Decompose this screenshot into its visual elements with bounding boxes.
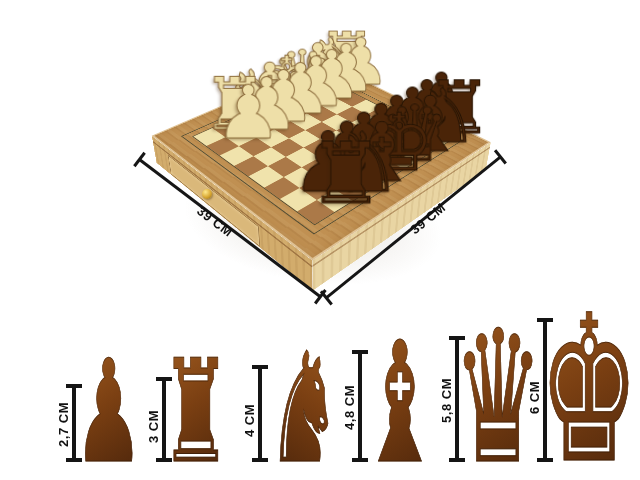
height-label-queen: 5,8 CM <box>439 378 454 423</box>
drawer-knob <box>202 189 212 199</box>
product-photo: ♜♞♝♚♛♝♞♜♟♟♟♟♟♟♟♟♟♟♟♟♟♟♟♟♜♞♝♚♛♝♞♜ 39 CM 3… <box>0 0 640 480</box>
pawn-glyph: ♟ <box>74 341 144 480</box>
height-label-pawn: 2,7 CM <box>56 402 71 447</box>
knight-glyph: ♞ <box>267 333 342 480</box>
rook-glyph: ♜ <box>161 341 231 480</box>
height-dimension-bar <box>258 365 262 462</box>
height-label-bishop: 4,8 CM <box>342 385 357 430</box>
king-glyph: ♚ <box>539 289 639 480</box>
white-pawn: ♟ <box>215 76 238 150</box>
piece-size-lineup: 2,7 CM♟3 CM♜4 CM♞4,8 CM♝5,8 CM♛6 CM♚ <box>0 300 640 480</box>
height-label-rook: 3 CM <box>146 410 161 443</box>
bishop-glyph: ♝ <box>359 320 441 480</box>
height-label-knight: 4 CM <box>242 404 257 437</box>
chess-set-scene: ♜♞♝♚♛♝♞♜♟♟♟♟♟♟♟♟♟♟♟♟♟♟♟♟♜♞♝♚♛♝♞♜ <box>128 10 518 320</box>
black-rook: ♜ <box>308 131 335 216</box>
